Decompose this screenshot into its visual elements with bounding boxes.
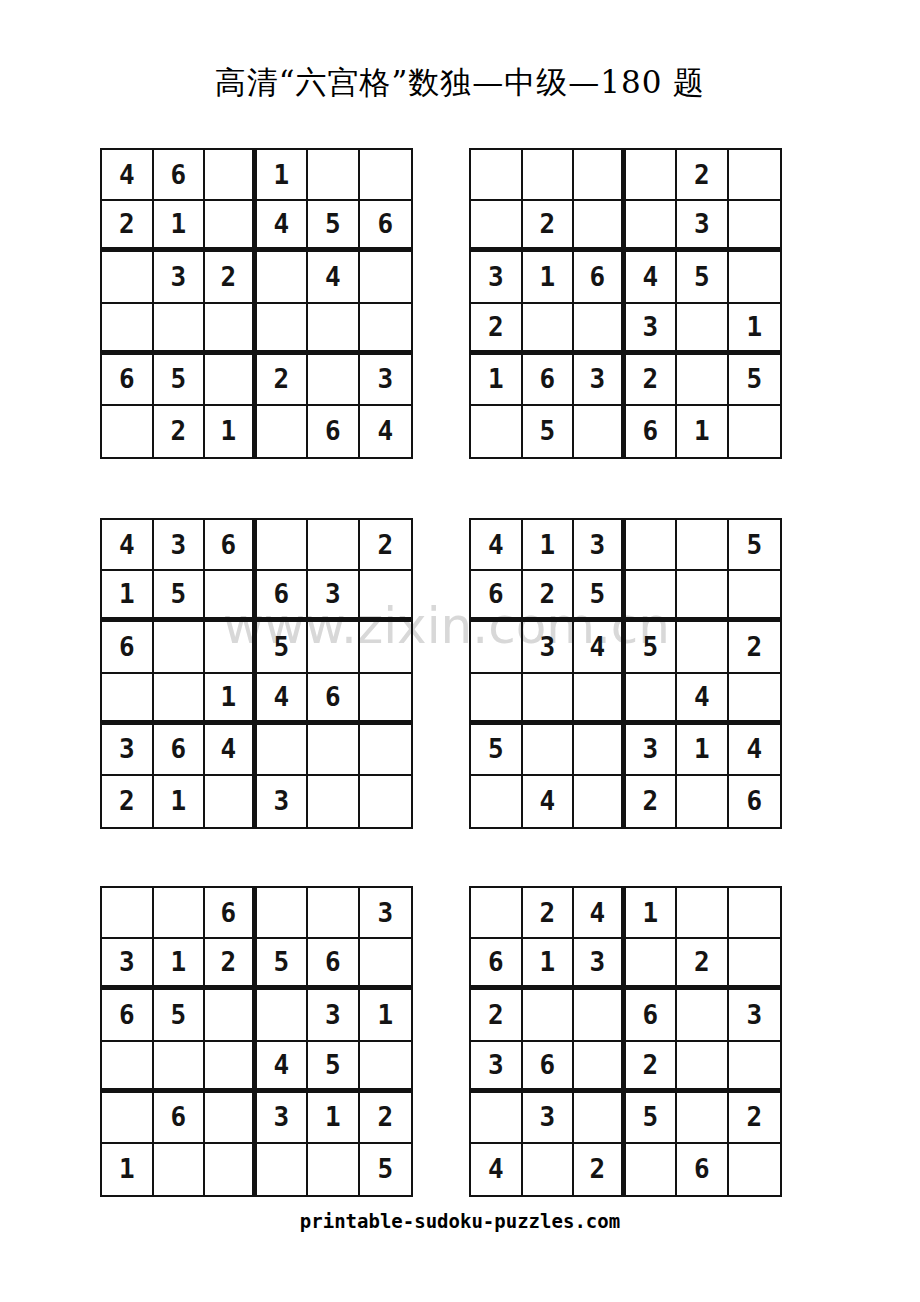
cell-r5c3 [205, 355, 257, 406]
cell-r2c3: 3 [574, 939, 626, 990]
cell-r5c4: 3 [257, 1093, 309, 1144]
cell-r6c5: 6 [308, 406, 360, 457]
cell-r3c4: 6 [626, 990, 678, 1041]
cell-r1c3: 6 [205, 888, 257, 939]
cell-r6c4 [626, 1144, 678, 1195]
cell-r2c3 [205, 201, 257, 252]
cell-r2c3: 2 [205, 939, 257, 990]
cell-r1c1: 4 [102, 150, 154, 201]
cell-r1c5 [677, 520, 729, 571]
cell-r3c4 [257, 252, 309, 303]
cell-r3c3 [205, 990, 257, 1041]
cell-r6c5 [308, 1144, 360, 1195]
cell-r4c3 [574, 304, 626, 355]
cell-r5c6: 2 [360, 1093, 412, 1144]
cell-r1c6: 2 [360, 520, 412, 571]
cell-r5c6: 3 [360, 355, 412, 406]
cell-r2c1: 6 [471, 571, 523, 622]
cell-r4c6: 1 [729, 304, 781, 355]
cell-r1c1 [102, 888, 154, 939]
cell-r1c6: 5 [729, 520, 781, 571]
cell-r3c2: 1 [523, 252, 575, 303]
cell-r4c2 [154, 1042, 206, 1093]
cell-r1c2: 3 [154, 520, 206, 571]
sudoku-grid-6: 2416132263362352426 [469, 886, 782, 1197]
cell-r4c5: 5 [308, 1042, 360, 1093]
cell-r6c2: 5 [523, 406, 575, 457]
cell-r2c6 [729, 939, 781, 990]
cell-r6c5: 1 [677, 406, 729, 457]
cell-r1c2: 2 [523, 888, 575, 939]
cell-r6c1: 2 [102, 776, 154, 827]
cell-r2c2: 1 [523, 939, 575, 990]
cell-r1c4 [257, 520, 309, 571]
cell-r2c6 [729, 571, 781, 622]
cell-r4c4: 3 [626, 304, 678, 355]
cell-r2c2: 2 [523, 571, 575, 622]
cell-r4c3 [205, 304, 257, 355]
cell-r5c4: 2 [626, 355, 678, 406]
cell-r4c1: 2 [471, 304, 523, 355]
cell-r5c4: 2 [257, 355, 309, 406]
cell-r2c5: 3 [308, 571, 360, 622]
cell-r2c5: 3 [677, 201, 729, 252]
cell-r1c6 [729, 150, 781, 201]
cell-r5c2: 5 [154, 355, 206, 406]
cell-r4c3: 1 [205, 674, 257, 725]
cell-r5c3 [205, 1093, 257, 1144]
cell-r6c3 [205, 776, 257, 827]
cell-r3c6 [360, 622, 412, 673]
cell-r1c4: 1 [257, 150, 309, 201]
cell-r3c4: 5 [257, 622, 309, 673]
cell-r4c1 [102, 1042, 154, 1093]
cell-r6c6 [360, 776, 412, 827]
sudoku-grid-5: 6331256653145631215 [100, 886, 413, 1197]
cell-r4c1 [471, 674, 523, 725]
cell-r4c6 [360, 304, 412, 355]
cell-r3c5: 3 [308, 990, 360, 1041]
cell-r4c2 [154, 674, 206, 725]
cell-r4c1 [102, 304, 154, 355]
cell-r6c5: 6 [677, 1144, 729, 1195]
cell-r4c5: 4 [677, 674, 729, 725]
cell-r5c1 [102, 1093, 154, 1144]
cell-r5c1: 1 [471, 355, 523, 406]
cell-r1c5 [308, 888, 360, 939]
cell-r4c5 [677, 304, 729, 355]
cell-r4c1 [102, 674, 154, 725]
cell-r5c3 [574, 725, 626, 776]
cell-r3c3 [205, 622, 257, 673]
cell-r6c6 [729, 406, 781, 457]
cell-r3c1 [102, 252, 154, 303]
cell-r2c3: 5 [574, 571, 626, 622]
cell-r1c2 [154, 888, 206, 939]
cell-r6c1 [471, 776, 523, 827]
cell-r5c2: 3 [523, 1093, 575, 1144]
cell-r3c3: 2 [205, 252, 257, 303]
cell-r4c4 [626, 674, 678, 725]
cell-r1c2: 1 [523, 520, 575, 571]
cell-r2c1: 6 [471, 939, 523, 990]
cell-r1c3: 6 [205, 520, 257, 571]
cell-r2c6 [360, 571, 412, 622]
cell-r3c6 [360, 252, 412, 303]
cell-r1c4 [626, 150, 678, 201]
cell-r6c1 [102, 406, 154, 457]
cell-r4c5 [308, 304, 360, 355]
cell-r3c4: 4 [626, 252, 678, 303]
cell-r5c3 [574, 1093, 626, 1144]
cell-r3c2: 3 [523, 622, 575, 673]
printable-sudoku-page: 高清“六宫格”数独—中级—180 题 www.zixin.com.cn 4612… [0, 0, 920, 1302]
cell-r3c5 [308, 622, 360, 673]
cell-r6c1 [471, 406, 523, 457]
cell-r5c3: 4 [205, 725, 257, 776]
cell-r5c4: 3 [626, 725, 678, 776]
site-url: printable-sudoku-puzzles.com [0, 1210, 920, 1232]
cell-r1c3 [205, 150, 257, 201]
cell-r1c5 [308, 150, 360, 201]
cell-r4c4 [257, 304, 309, 355]
cell-r2c2: 2 [523, 201, 575, 252]
cell-r5c5 [677, 1093, 729, 1144]
cell-r3c1: 2 [471, 990, 523, 1041]
cell-r1c1: 4 [102, 520, 154, 571]
cell-r1c1 [471, 888, 523, 939]
cell-r4c6 [360, 1042, 412, 1093]
cell-r1c4: 1 [626, 888, 678, 939]
cell-r6c1: 1 [102, 1144, 154, 1195]
cell-r4c2 [154, 304, 206, 355]
cell-r5c3: 3 [574, 355, 626, 406]
cell-r4c4: 4 [257, 674, 309, 725]
cell-r2c2: 1 [154, 939, 206, 990]
cell-r3c1: 6 [102, 622, 154, 673]
cell-r4c1: 3 [471, 1042, 523, 1093]
cell-r1c2 [523, 150, 575, 201]
cell-r4c2: 6 [523, 1042, 575, 1093]
cell-r1c1 [471, 150, 523, 201]
cell-r6c5 [677, 776, 729, 827]
cell-r5c4 [257, 725, 309, 776]
cell-r6c3: 1 [205, 406, 257, 457]
cell-r3c5 [677, 622, 729, 673]
cell-r3c4: 5 [626, 622, 678, 673]
sudoku-grid-3: 4362156365146364213 [100, 518, 413, 829]
cell-r6c6: 5 [360, 1144, 412, 1195]
cell-r5c6 [360, 725, 412, 776]
cell-r2c1: 1 [102, 571, 154, 622]
cell-r5c2: 6 [154, 725, 206, 776]
cell-r3c1: 3 [471, 252, 523, 303]
cell-r1c6 [360, 150, 412, 201]
cell-r6c2 [154, 1144, 206, 1195]
cell-r4c5: 6 [308, 674, 360, 725]
cell-r6c3 [205, 1144, 257, 1195]
cell-r4c6 [729, 1042, 781, 1093]
cell-r6c4: 6 [626, 406, 678, 457]
cell-r2c2: 5 [154, 571, 206, 622]
cell-r1c5 [308, 520, 360, 571]
cell-r2c6 [360, 939, 412, 990]
cell-r6c4: 3 [257, 776, 309, 827]
cell-r5c5: 1 [308, 1093, 360, 1144]
cell-r1c6: 3 [360, 888, 412, 939]
cell-r2c3 [574, 201, 626, 252]
cell-r3c5: 5 [677, 252, 729, 303]
cell-r6c2: 2 [154, 406, 206, 457]
cell-r2c5: 2 [677, 939, 729, 990]
cell-r3c6: 1 [360, 990, 412, 1041]
cell-r6c2: 4 [523, 776, 575, 827]
cell-r2c1: 2 [102, 201, 154, 252]
cell-r2c4: 4 [257, 201, 309, 252]
cell-r6c6: 6 [729, 776, 781, 827]
cell-r2c6: 6 [360, 201, 412, 252]
cell-r1c5 [677, 888, 729, 939]
cell-r1c1: 4 [471, 520, 523, 571]
cell-r6c6 [729, 1144, 781, 1195]
cell-r4c2 [523, 674, 575, 725]
sudoku-grid-2: 2233164523116325561 [469, 148, 782, 459]
cell-r5c1 [471, 1093, 523, 1144]
cell-r1c2: 6 [154, 150, 206, 201]
cell-r6c3 [574, 406, 626, 457]
cell-r3c5: 4 [308, 252, 360, 303]
cell-r4c4: 2 [626, 1042, 678, 1093]
cell-r1c4 [257, 888, 309, 939]
cell-r6c6: 4 [360, 406, 412, 457]
cell-r5c2: 6 [523, 355, 575, 406]
cell-r5c4: 5 [626, 1093, 678, 1144]
cell-r4c2 [523, 304, 575, 355]
cell-r6c4 [257, 406, 309, 457]
cell-r4c6 [729, 674, 781, 725]
cell-r5c5 [308, 355, 360, 406]
cell-r5c5 [308, 725, 360, 776]
cell-r3c3: 4 [574, 622, 626, 673]
cell-r1c3: 3 [574, 520, 626, 571]
cell-r3c2 [523, 990, 575, 1041]
cell-r5c6: 5 [729, 355, 781, 406]
cell-r1c3 [574, 150, 626, 201]
cell-r5c5: 1 [677, 725, 729, 776]
cell-r3c2 [154, 622, 206, 673]
cell-r2c6 [729, 201, 781, 252]
cell-r2c1 [471, 201, 523, 252]
cell-r2c5 [677, 571, 729, 622]
cell-r5c1: 3 [102, 725, 154, 776]
cell-r6c2: 1 [154, 776, 206, 827]
cell-r6c5 [308, 776, 360, 827]
cell-r3c3 [574, 990, 626, 1041]
cell-r6c3 [574, 776, 626, 827]
cell-r2c3 [205, 571, 257, 622]
cell-r2c2: 1 [154, 201, 206, 252]
cell-r4c4: 4 [257, 1042, 309, 1093]
cell-r5c2 [523, 725, 575, 776]
cell-r4c3 [205, 1042, 257, 1093]
cell-r4c3 [574, 1042, 626, 1093]
cell-r6c2 [523, 1144, 575, 1195]
cell-r6c1: 4 [471, 1144, 523, 1195]
cell-r2c4 [626, 939, 678, 990]
cell-r5c5 [677, 355, 729, 406]
cell-r3c2: 3 [154, 252, 206, 303]
cell-r5c6: 2 [729, 1093, 781, 1144]
cell-r5c2: 6 [154, 1093, 206, 1144]
cell-r3c1 [471, 622, 523, 673]
cell-r3c1: 6 [102, 990, 154, 1041]
cell-r3c6: 2 [729, 622, 781, 673]
sudoku-grid-1: 4612145632465232164 [100, 148, 413, 459]
cell-r2c4 [626, 201, 678, 252]
cell-r1c5: 2 [677, 150, 729, 201]
cell-r1c3: 4 [574, 888, 626, 939]
cell-r5c1: 5 [471, 725, 523, 776]
cell-r1c4 [626, 520, 678, 571]
cell-r6c4: 2 [626, 776, 678, 827]
sudoku-grid-4: 4135625345245314426 [469, 518, 782, 829]
cell-r2c4: 6 [257, 571, 309, 622]
cell-r6c3: 2 [574, 1144, 626, 1195]
cell-r5c1: 6 [102, 355, 154, 406]
cell-r3c6: 3 [729, 990, 781, 1041]
cell-r2c5: 5 [308, 201, 360, 252]
page-title: 高清“六宫格”数独—中级—180 题 [0, 62, 920, 104]
cell-r4c6 [360, 674, 412, 725]
cell-r3c5 [677, 990, 729, 1041]
cell-r5c6: 4 [729, 725, 781, 776]
cell-r2c4 [626, 571, 678, 622]
cell-r1c6 [729, 888, 781, 939]
cell-r4c3 [574, 674, 626, 725]
cell-r2c5: 6 [308, 939, 360, 990]
cell-r4c5 [677, 1042, 729, 1093]
cell-r3c6 [729, 252, 781, 303]
cell-r3c3: 6 [574, 252, 626, 303]
cell-r3c2: 5 [154, 990, 206, 1041]
cell-r2c4: 5 [257, 939, 309, 990]
cell-r3c4 [257, 990, 309, 1041]
cell-r2c1: 3 [102, 939, 154, 990]
cell-r6c4 [257, 1144, 309, 1195]
